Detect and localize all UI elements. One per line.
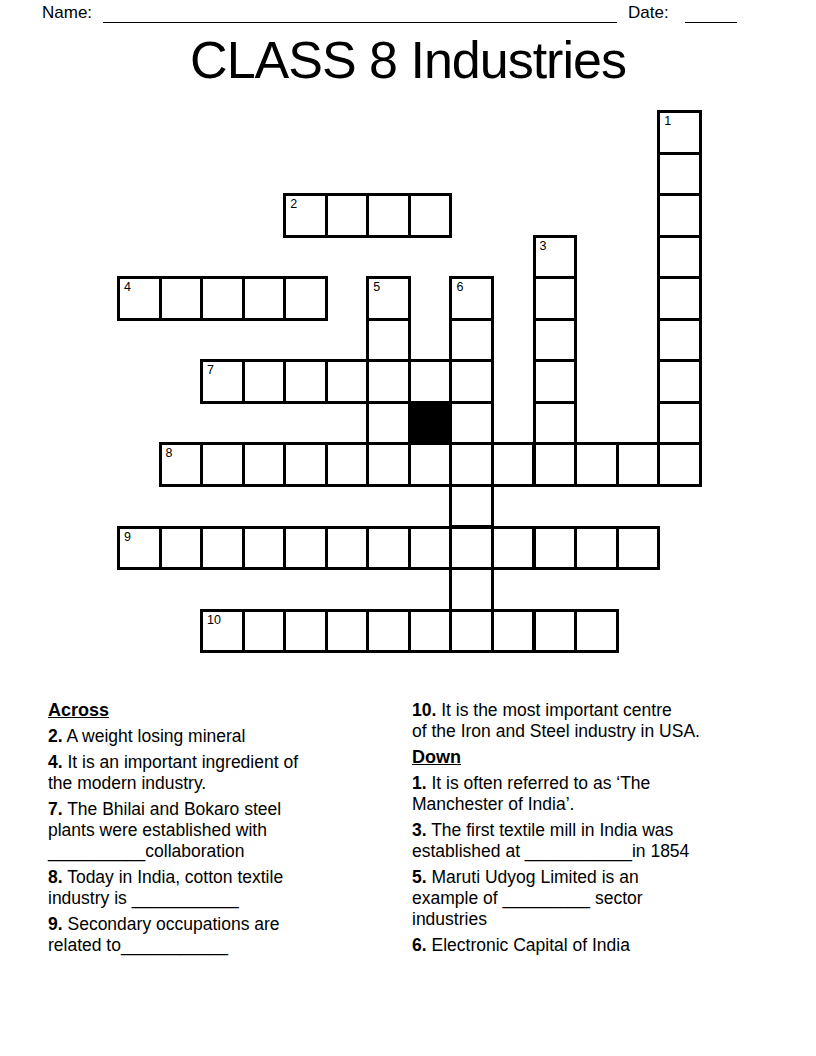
grid-cell[interactable] (533, 318, 578, 363)
grid-cell[interactable] (366, 318, 411, 363)
cell-number: 6 (456, 281, 463, 294)
cell-number: 1 (664, 115, 671, 128)
grid-cell[interactable] (325, 609, 370, 654)
grid-cell[interactable] (366, 442, 411, 487)
grid-cell[interactable] (533, 442, 578, 487)
cell-number: 7 (207, 364, 214, 377)
grid-cell[interactable] (325, 442, 370, 487)
cell-number: 9 (124, 531, 131, 544)
clue-number-label: 9. (48, 914, 63, 934)
grid-cell[interactable] (242, 526, 287, 571)
clue-number-label: 1. (412, 773, 427, 793)
grid-cell[interactable] (491, 526, 536, 571)
cell-number: 5 (373, 281, 380, 294)
grid-cell[interactable] (159, 526, 204, 571)
grid-cell[interactable] (408, 609, 453, 654)
clue-across-2: 2. A weight losing mineral (48, 726, 400, 747)
grid-cell[interactable] (491, 442, 536, 487)
cell-number: 2 (290, 198, 297, 211)
grid-cell[interactable] (533, 526, 578, 571)
cell-number: 8 (166, 447, 173, 460)
grid-cell[interactable]: 1 (657, 110, 702, 155)
crossword-grid: 12345678910 (0, 0, 816, 700)
grid-cell[interactable] (283, 609, 328, 654)
grid-cell[interactable] (200, 276, 245, 321)
grid-cell[interactable] (449, 567, 494, 612)
grid-cell[interactable]: 10 (200, 609, 245, 654)
down-header: Down (412, 747, 790, 768)
cell-number: 4 (124, 281, 131, 294)
grid-cell[interactable] (533, 609, 578, 654)
grid-cell[interactable] (283, 359, 328, 404)
black-cell (408, 401, 453, 446)
grid-cell[interactable] (200, 526, 245, 571)
grid-cell[interactable] (366, 526, 411, 571)
clue-across-8: 8. Today in India, cotton textileindustr… (48, 867, 400, 909)
grid-cell[interactable] (408, 359, 453, 404)
grid-cell[interactable]: 8 (159, 442, 204, 487)
grid-cell[interactable] (242, 609, 287, 654)
grid-cell[interactable]: 7 (200, 359, 245, 404)
clue-number-label: 6. (412, 935, 427, 955)
across-header: Across (48, 700, 400, 721)
grid-cell[interactable] (657, 442, 702, 487)
clue-down-6: 6. Electronic Capital of India (412, 935, 790, 956)
grid-cell[interactable] (449, 609, 494, 654)
grid-cell[interactable] (159, 276, 204, 321)
grid-cell[interactable] (283, 442, 328, 487)
grid-cell[interactable] (657, 276, 702, 321)
grid-cell[interactable]: 4 (117, 276, 162, 321)
grid-cell[interactable] (449, 401, 494, 446)
grid-cell[interactable] (366, 359, 411, 404)
grid-cell[interactable] (574, 442, 619, 487)
clue-across-4: 4. It is an important ingredient ofthe m… (48, 752, 400, 794)
worksheet-page: { "game": "crossword", "title": "CLASS 8… (0, 0, 816, 1056)
grid-cell[interactable] (657, 359, 702, 404)
grid-cell[interactable] (616, 442, 661, 487)
grid-cell[interactable] (449, 442, 494, 487)
grid-cell[interactable] (242, 359, 287, 404)
grid-cell[interactable] (657, 193, 702, 238)
grid-cell[interactable]: 9 (117, 526, 162, 571)
grid-cell[interactable] (449, 359, 494, 404)
grid-cell[interactable]: 3 (533, 235, 578, 280)
grid-cell[interactable] (283, 526, 328, 571)
down-clues-column: 10. It is the most important centreof th… (412, 700, 790, 961)
grid-cell[interactable] (408, 193, 453, 238)
grid-cell[interactable] (533, 401, 578, 446)
grid-cell[interactable] (283, 276, 328, 321)
grid-cell[interactable] (533, 276, 578, 321)
clue-down-3: 3. The first textile mill in India wases… (412, 820, 790, 862)
across-clues-column: Across 2. A weight losing mineral4. It i… (48, 700, 400, 961)
grid-cell[interactable] (408, 526, 453, 571)
clue-across-10: 10. It is the most important centreof th… (412, 700, 790, 742)
grid-cell[interactable] (533, 359, 578, 404)
clue-number-label: 3. (412, 820, 427, 840)
grid-cell[interactable] (449, 318, 494, 363)
clue-number-label: 5. (412, 867, 427, 887)
grid-cell[interactable] (657, 152, 702, 197)
clue-down-5: 5. Maruti Udyog Limited is anexample of … (412, 867, 790, 930)
grid-cell[interactable] (657, 235, 702, 280)
grid-cell[interactable]: 2 (283, 193, 328, 238)
clue-number-label: 2. (48, 726, 63, 746)
grid-cell[interactable] (408, 442, 453, 487)
grid-cell[interactable] (657, 401, 702, 446)
grid-cell[interactable] (325, 526, 370, 571)
grid-cell[interactable] (657, 318, 702, 363)
clue-down-1: 1. It is often referred to as ‘TheManche… (412, 773, 790, 815)
grid-cell[interactable]: 6 (449, 276, 494, 321)
clue-number-label: 10. (412, 700, 436, 720)
grid-cell[interactable] (366, 193, 411, 238)
grid-cell[interactable] (325, 193, 370, 238)
grid-cell[interactable] (200, 442, 245, 487)
grid-cell[interactable] (491, 609, 536, 654)
grid-cell[interactable] (366, 609, 411, 654)
grid-cell[interactable] (449, 526, 494, 571)
grid-cell[interactable] (242, 276, 287, 321)
grid-cell[interactable] (574, 609, 619, 654)
grid-cell[interactable] (616, 526, 661, 571)
grid-cell[interactable] (325, 359, 370, 404)
cell-number: 10 (207, 614, 221, 627)
grid-cell[interactable]: 5 (366, 276, 411, 321)
clue-number-label: 7. (48, 799, 63, 819)
grid-cell[interactable] (449, 484, 494, 529)
grid-cell[interactable] (574, 526, 619, 571)
clue-across-7: 7. The Bhilai and Bokaro steelplants wer… (48, 799, 400, 862)
grid-cell[interactable] (242, 442, 287, 487)
clue-number-label: 8. (48, 867, 63, 887)
clue-number-label: 4. (48, 752, 63, 772)
clue-across-9: 9. Secondary occupations arerelated to__… (48, 914, 400, 956)
grid-cell[interactable] (366, 401, 411, 446)
cell-number: 3 (540, 240, 547, 253)
